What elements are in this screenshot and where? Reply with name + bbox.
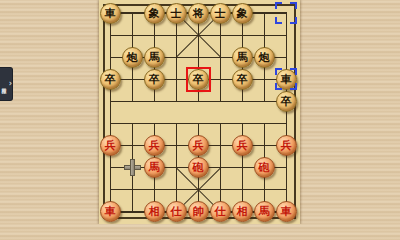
piece-red-馬[interactable]: 馬 <box>254 201 275 222</box>
chevron-right-icon: › <box>9 80 12 88</box>
piece-red-帥[interactable]: 帥 <box>188 201 209 222</box>
piece-red-馬[interactable]: 馬 <box>144 157 165 178</box>
piece-black-卒[interactable]: 卒 <box>232 69 253 90</box>
piece-black-馬[interactable]: 馬 <box>144 47 165 68</box>
piece-black-象[interactable]: 象 <box>232 3 253 24</box>
piece-black-卒[interactable]: 卒 <box>276 91 297 112</box>
app-recommend-tab[interactable]: 应用推荐 › <box>0 67 13 101</box>
piece-red-仕[interactable]: 仕 <box>166 201 187 222</box>
piece-black-炮[interactable]: 炮 <box>122 47 143 68</box>
piece-black-将[interactable]: 将 <box>188 3 209 24</box>
piece-red-兵[interactable]: 兵 <box>144 135 165 156</box>
xiangqi-board[interactable]: 車象士将士象炮馬馬炮卒卒卒卒車卒兵兵兵兵兵馬砲砲車相仕帥仕相馬車 <box>99 0 300 224</box>
pieces-layer: 車象士将士象炮馬馬炮卒卒卒卒車卒兵兵兵兵兵馬砲砲車相仕帥仕相馬車 <box>99 0 300 224</box>
piece-black-車[interactable]: 車 <box>276 69 297 90</box>
piece-red-兵[interactable]: 兵 <box>276 135 297 156</box>
piece-red-兵[interactable]: 兵 <box>188 135 209 156</box>
piece-black-卒[interactable]: 卒 <box>144 69 165 90</box>
piece-red-車[interactable]: 車 <box>276 201 297 222</box>
piece-black-士[interactable]: 士 <box>166 3 187 24</box>
piece-black-炮[interactable]: 炮 <box>254 47 275 68</box>
last-move-from-cross-marker <box>124 159 141 176</box>
piece-red-相[interactable]: 相 <box>232 201 253 222</box>
piece-black-車[interactable]: 車 <box>100 3 121 24</box>
piece-red-砲[interactable]: 砲 <box>188 157 209 178</box>
piece-black-卒[interactable]: 卒 <box>100 69 121 90</box>
piece-red-砲[interactable]: 砲 <box>254 157 275 178</box>
piece-black-馬[interactable]: 馬 <box>232 47 253 68</box>
piece-red-仕[interactable]: 仕 <box>210 201 231 222</box>
piece-black-象[interactable]: 象 <box>144 3 165 24</box>
piece-red-兵[interactable]: 兵 <box>100 135 121 156</box>
piece-black-士[interactable]: 士 <box>210 3 231 24</box>
piece-red-車[interactable]: 車 <box>100 201 121 222</box>
piece-black-卒[interactable]: 卒 <box>188 69 209 90</box>
piece-red-相[interactable]: 相 <box>144 201 165 222</box>
piece-red-兵[interactable]: 兵 <box>232 135 253 156</box>
last-move-blue-brackets-marker <box>275 2 297 24</box>
